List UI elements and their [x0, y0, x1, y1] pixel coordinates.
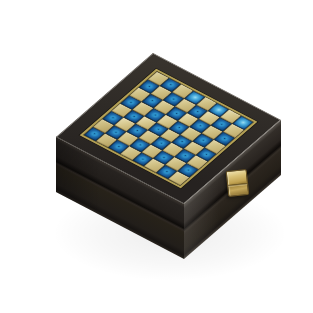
clasp: [226, 169, 250, 197]
clasp-seam: [228, 183, 247, 187]
product-photo-scene: [0, 0, 313, 313]
